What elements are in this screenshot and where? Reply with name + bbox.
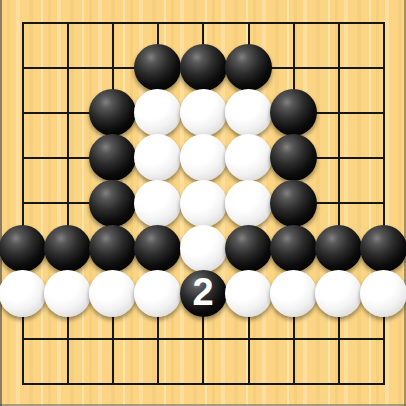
white-stone xyxy=(225,89,272,136)
black-stone xyxy=(89,225,136,272)
intersection[interactable] xyxy=(226,90,271,135)
intersection[interactable] xyxy=(226,0,271,45)
white-stone xyxy=(225,270,272,317)
black-stone xyxy=(89,134,136,181)
black-stone xyxy=(270,134,317,181)
intersection[interactable] xyxy=(361,316,406,361)
intersection[interactable] xyxy=(271,271,316,316)
intersection[interactable] xyxy=(180,180,225,225)
intersection[interactable] xyxy=(0,316,45,361)
intersection[interactable] xyxy=(45,316,90,361)
intersection[interactable] xyxy=(316,0,361,45)
intersection[interactable] xyxy=(271,180,316,225)
white-stone xyxy=(180,134,227,181)
intersection[interactable] xyxy=(135,0,180,45)
intersection[interactable] xyxy=(135,316,180,361)
intersection[interactable] xyxy=(45,90,90,135)
intersection[interactable] xyxy=(0,45,45,90)
intersection[interactable] xyxy=(316,90,361,135)
intersection[interactable] xyxy=(135,226,180,271)
intersection[interactable] xyxy=(0,0,45,45)
intersection[interactable] xyxy=(45,0,90,45)
black-stone xyxy=(89,180,136,227)
black-stone xyxy=(134,44,181,91)
intersection[interactable] xyxy=(180,90,225,135)
intersection[interactable] xyxy=(90,135,135,180)
intersection[interactable] xyxy=(180,0,225,45)
intersection[interactable] xyxy=(226,135,271,180)
intersection[interactable] xyxy=(271,135,316,180)
intersection[interactable] xyxy=(90,0,135,45)
intersection[interactable] xyxy=(135,361,180,406)
intersection[interactable] xyxy=(135,271,180,316)
black-stone xyxy=(225,44,272,91)
intersection[interactable] xyxy=(45,180,90,225)
intersection[interactable] xyxy=(0,271,45,316)
black-stone xyxy=(89,89,136,136)
intersection[interactable] xyxy=(90,271,135,316)
intersection[interactable] xyxy=(226,271,271,316)
black-stone xyxy=(270,89,317,136)
intersection[interactable] xyxy=(271,226,316,271)
intersection[interactable] xyxy=(45,226,90,271)
intersection[interactable] xyxy=(361,90,406,135)
intersection[interactable] xyxy=(316,226,361,271)
intersection[interactable] xyxy=(135,90,180,135)
black-stone xyxy=(360,225,406,272)
white-stone xyxy=(225,180,272,227)
intersection[interactable] xyxy=(180,226,225,271)
intersection[interactable] xyxy=(316,180,361,225)
intersection[interactable] xyxy=(0,180,45,225)
black-stone xyxy=(225,225,272,272)
stones-layer: 2 xyxy=(0,0,406,406)
white-stone xyxy=(180,225,227,272)
black-stone xyxy=(270,180,317,227)
intersection[interactable] xyxy=(90,180,135,225)
intersection[interactable] xyxy=(45,271,90,316)
intersection[interactable] xyxy=(226,45,271,90)
intersection[interactable] xyxy=(90,45,135,90)
white-stone xyxy=(360,270,406,317)
intersection[interactable] xyxy=(316,135,361,180)
intersection[interactable] xyxy=(135,135,180,180)
white-stone xyxy=(270,270,317,317)
intersection[interactable] xyxy=(0,135,45,180)
intersection[interactable] xyxy=(180,361,225,406)
intersection[interactable] xyxy=(316,45,361,90)
intersection[interactable] xyxy=(0,361,45,406)
intersection[interactable] xyxy=(361,0,406,45)
intersection[interactable] xyxy=(90,361,135,406)
intersection[interactable]: 2 xyxy=(180,271,225,316)
intersection[interactable] xyxy=(361,226,406,271)
white-stone xyxy=(225,134,272,181)
intersection[interactable] xyxy=(45,361,90,406)
intersection[interactable] xyxy=(271,361,316,406)
intersection[interactable] xyxy=(226,180,271,225)
intersection[interactable] xyxy=(361,180,406,225)
intersection[interactable] xyxy=(90,226,135,271)
white-stone xyxy=(0,270,46,317)
intersection[interactable] xyxy=(316,361,361,406)
intersection[interactable] xyxy=(361,135,406,180)
intersection[interactable] xyxy=(45,45,90,90)
intersection[interactable] xyxy=(271,45,316,90)
white-stone xyxy=(180,180,227,227)
white-stone xyxy=(315,270,362,317)
intersection[interactable] xyxy=(135,180,180,225)
intersection[interactable] xyxy=(0,226,45,271)
white-stone xyxy=(134,180,181,227)
white-stone xyxy=(44,270,91,317)
move-number-label: 2 xyxy=(192,273,213,311)
intersection[interactable] xyxy=(271,90,316,135)
intersection[interactable] xyxy=(135,45,180,90)
intersection[interactable] xyxy=(180,45,225,90)
go-board: 2 xyxy=(0,0,406,406)
intersection[interactable] xyxy=(90,316,135,361)
black-stone xyxy=(0,225,46,272)
intersection[interactable] xyxy=(180,316,225,361)
intersection[interactable] xyxy=(0,90,45,135)
intersection[interactable] xyxy=(361,271,406,316)
black-stone xyxy=(270,225,317,272)
black-stone xyxy=(134,225,181,272)
black-stone xyxy=(315,225,362,272)
intersection[interactable] xyxy=(271,0,316,45)
intersection[interactable] xyxy=(90,90,135,135)
black-stone xyxy=(180,44,227,91)
intersection[interactable] xyxy=(226,226,271,271)
intersection[interactable] xyxy=(226,361,271,406)
intersection[interactable] xyxy=(226,316,271,361)
intersection[interactable] xyxy=(45,135,90,180)
intersection[interactable] xyxy=(271,316,316,361)
intersection[interactable] xyxy=(180,135,225,180)
black-stone-move-2: 2 xyxy=(180,270,227,317)
white-stone xyxy=(89,270,136,317)
white-stone xyxy=(134,89,181,136)
white-stone xyxy=(134,270,181,317)
intersection[interactable] xyxy=(316,271,361,316)
intersection[interactable] xyxy=(361,45,406,90)
white-stone xyxy=(134,134,181,181)
black-stone xyxy=(44,225,91,272)
white-stone xyxy=(180,89,227,136)
intersection[interactable] xyxy=(316,316,361,361)
intersection[interactable] xyxy=(361,361,406,406)
